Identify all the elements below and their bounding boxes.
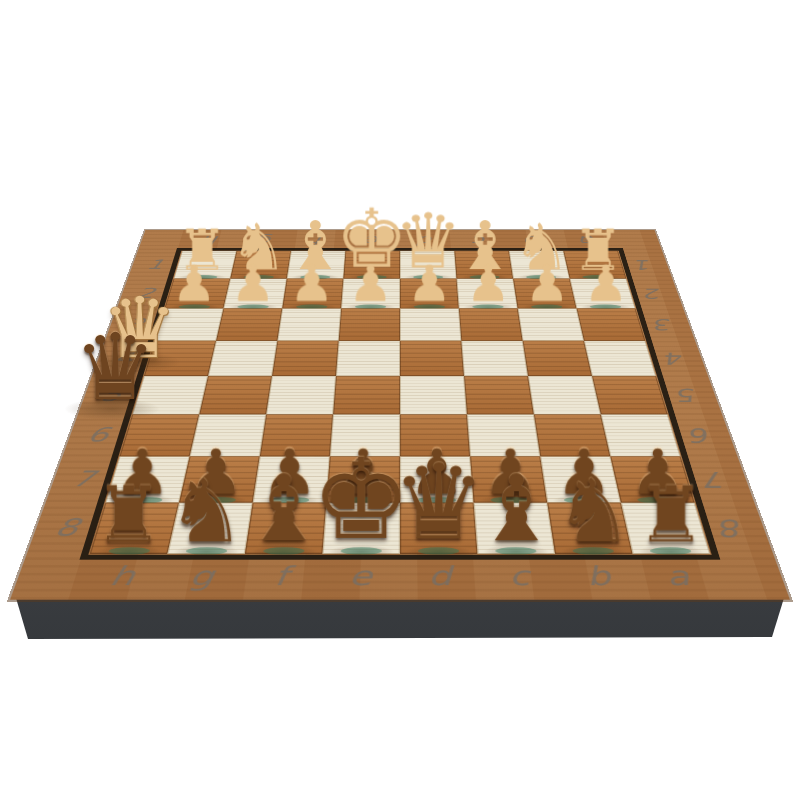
file-label-text: e [365,234,381,246]
chess-set-photo: hgfedcba1♜♞♝♚♛♝♞♜12♟♟♟♟♟♟♟♟2334455667♟♟♟… [0,0,800,800]
file-label-near-b: b [555,554,643,600]
file-label-text: h [107,563,138,589]
black-bishop-c8[interactable]: ♝ [475,465,558,552]
rank-label-text: 6 [688,425,715,445]
square-d2[interactable]: ♟ [400,279,459,309]
rank-label-text: 5 [676,386,702,404]
white-pawn-e2[interactable]: ♟ [348,260,393,307]
square-b8[interactable]: ♞ [547,503,632,554]
file-label-near-c: c [478,554,563,600]
file-label-text: g [257,234,275,246]
rank-label-text: 1 [634,258,655,271]
chess-board-3d-wrapper: hgfedcba1♜♞♝♚♛♝♞♜12♟♟♟♟♟♟♟♟2334455667♟♟♟… [92,68,708,684]
rank-label-text: 8 [52,516,83,540]
white-pawn-b2[interactable]: ♟ [525,260,570,307]
white-pawn-a2[interactable]: ♟ [584,260,629,307]
file-label-text: b [584,563,613,589]
square-c2[interactable]: ♟ [457,279,518,309]
spare-dark-queen[interactable]: ♛ [74,322,156,414]
black-knight-g8[interactable]: ♞ [167,470,245,553]
white-pawn-f2[interactable]: ♟ [290,260,335,307]
file-label-text: c [507,563,530,589]
rank-label-text: 8 [718,516,749,540]
file-label-text: d [419,234,435,246]
file-label-near-h: h [76,554,167,600]
square-e2[interactable]: ♟ [341,279,400,309]
rank-label-text: 3 [653,317,676,332]
frame-corner [710,554,790,600]
square-g8[interactable]: ♞ [167,503,252,554]
file-label-text: d [427,563,452,589]
rank-label-text: 1 [145,258,166,271]
rank-label-text: 2 [643,286,665,300]
rank-label-right-3: 3 [635,308,695,340]
file-label-near-e: e [319,554,400,600]
black-rook-h8[interactable]: ♜ [94,479,163,553]
square-d8[interactable]: ♛ [400,503,478,554]
rank-label-text: 6 [85,425,112,445]
file-label-text: b [525,234,543,246]
black-knight-b8[interactable]: ♞ [555,470,633,553]
square-c8[interactable]: ♝ [474,503,555,554]
file-label-near-d: d [400,554,481,600]
white-pawn-d2[interactable]: ♟ [407,260,452,307]
white-pawn-h2[interactable]: ♟ [172,260,217,307]
file-label-text: a [579,234,598,246]
file-label-near-f: f [238,554,323,600]
file-label-near-a: a [633,554,724,600]
frame-corner [10,554,90,600]
rank-label-text: 7 [702,468,731,490]
file-label-text: c [473,234,488,246]
file-label-text: a [663,563,693,589]
white-pawn-g2[interactable]: ♟ [231,260,276,307]
file-label-text: f [273,563,289,589]
file-label-text: f [314,234,324,246]
file-label-text: e [348,563,372,589]
file-label-near-g: g [157,554,245,600]
rank-label-right-4: 4 [645,341,708,376]
white-pawn-c2[interactable]: ♟ [466,260,511,307]
black-king-e8[interactable]: ♚ [311,447,411,553]
black-rook-a8[interactable]: ♜ [637,479,706,553]
rank-label-text: 4 [664,350,688,366]
file-label-text: g [187,563,216,589]
square-e8[interactable]: ♚ [322,503,400,554]
